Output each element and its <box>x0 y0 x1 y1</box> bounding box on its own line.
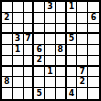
cell-r4c1[interactable] <box>2 34 13 45</box>
cell-r3c5[interactable] <box>45 24 56 35</box>
cell-r4c9[interactable] <box>88 34 99 45</box>
cell-r6c8[interactable] <box>77 56 88 67</box>
cell-r9c6[interactable] <box>56 88 67 99</box>
cell-r9c9[interactable] <box>88 88 99 99</box>
cell-r7c5[interactable]: 1 <box>45 67 56 78</box>
cell-r3c7[interactable] <box>67 24 78 35</box>
cell-r6c2[interactable] <box>13 56 24 67</box>
cell-r1c6[interactable] <box>56 2 67 13</box>
cell-r6c1[interactable] <box>2 56 13 67</box>
cell-r6c4[interactable]: 2 <box>34 56 45 67</box>
cell-r8c3[interactable] <box>24 77 35 88</box>
cell-r3c9[interactable] <box>88 24 99 35</box>
cell-r9c8[interactable] <box>77 88 88 99</box>
cell-r4c2[interactable]: 3 <box>13 34 24 45</box>
cell-r1c2[interactable] <box>13 2 24 13</box>
cell-r2c8[interactable] <box>77 13 88 24</box>
cell-r7c2[interactable] <box>13 67 24 78</box>
cell-r3c2[interactable] <box>13 24 24 35</box>
cell-r6c5[interactable] <box>45 56 56 67</box>
cell-r6c9[interactable] <box>88 56 99 67</box>
cell-r5c9[interactable] <box>88 45 99 56</box>
cell-r8c8[interactable]: 2 <box>77 77 88 88</box>
cell-r1c5[interactable]: 3 <box>45 2 56 13</box>
cell-r2c7[interactable] <box>67 13 78 24</box>
cell-r3c3[interactable] <box>24 24 35 35</box>
cell-r9c1[interactable] <box>2 88 13 99</box>
cell-r1c3[interactable] <box>24 2 35 13</box>
cell-r4c7[interactable]: 5 <box>67 34 78 45</box>
cell-r1c4[interactable] <box>34 2 45 13</box>
cell-r3c6[interactable] <box>56 24 67 35</box>
cell-r8c7[interactable] <box>67 77 78 88</box>
cell-r2c4[interactable] <box>34 13 45 24</box>
cell-r7c7[interactable] <box>67 67 78 78</box>
cell-r5c4[interactable]: 6 <box>34 45 45 56</box>
cell-r2c6[interactable] <box>56 13 67 24</box>
cell-r2c5[interactable] <box>45 13 56 24</box>
cell-r6c7[interactable] <box>67 56 78 67</box>
cell-r3c1[interactable] <box>2 24 13 35</box>
cell-r7c8[interactable]: 7 <box>77 67 88 78</box>
cell-r8c2[interactable] <box>13 77 24 88</box>
cell-r6c6[interactable] <box>56 56 67 67</box>
cell-r7c1[interactable] <box>2 67 13 78</box>
cell-r7c4[interactable] <box>34 67 45 78</box>
cell-r2c2[interactable] <box>13 13 24 24</box>
cell-r2c3[interactable] <box>24 13 35 24</box>
cell-r1c8[interactable] <box>77 2 88 13</box>
cell-r4c8[interactable] <box>77 34 88 45</box>
cell-r1c1[interactable] <box>2 2 13 13</box>
cell-r9c5[interactable] <box>45 88 56 99</box>
cell-r7c3[interactable] <box>24 67 35 78</box>
cell-r9c4[interactable]: 5 <box>34 88 45 99</box>
cell-r4c6[interactable] <box>56 34 67 45</box>
cell-r8c1[interactable]: 8 <box>2 77 13 88</box>
cell-r2c9[interactable]: 6 <box>88 13 99 24</box>
cell-r4c3[interactable]: 7 <box>24 34 35 45</box>
cell-r5c5[interactable] <box>45 45 56 56</box>
cell-r5c1[interactable] <box>2 45 13 56</box>
cell-r4c5[interactable] <box>45 34 56 45</box>
cell-r5c8[interactable] <box>77 45 88 56</box>
cell-r5c2[interactable]: 1 <box>13 45 24 56</box>
cell-r9c3[interactable] <box>24 88 35 99</box>
cell-r3c4[interactable] <box>34 24 45 35</box>
cell-r1c7[interactable]: 1 <box>67 2 78 13</box>
cell-r8c5[interactable] <box>45 77 56 88</box>
cell-r2c1[interactable]: 2 <box>2 13 13 24</box>
cell-r1c9[interactable] <box>88 2 99 13</box>
cell-r8c4[interactable] <box>34 77 45 88</box>
cell-r5c6[interactable]: 8 <box>56 45 67 56</box>
cell-r3c8[interactable] <box>77 24 88 35</box>
cell-r4c4[interactable] <box>34 34 45 45</box>
cell-r7c9[interactable] <box>88 67 99 78</box>
cell-r7c6[interactable] <box>56 67 67 78</box>
cell-r8c9[interactable] <box>88 77 99 88</box>
cell-r8c6[interactable] <box>56 77 67 88</box>
cell-r5c3[interactable] <box>24 45 35 56</box>
cell-r6c3[interactable] <box>24 56 35 67</box>
cell-r5c7[interactable] <box>67 45 78 56</box>
cell-r9c2[interactable] <box>13 88 24 99</box>
sudoku-board: 31263751682178254 <box>0 0 101 101</box>
cell-r9c7[interactable]: 4 <box>67 88 78 99</box>
